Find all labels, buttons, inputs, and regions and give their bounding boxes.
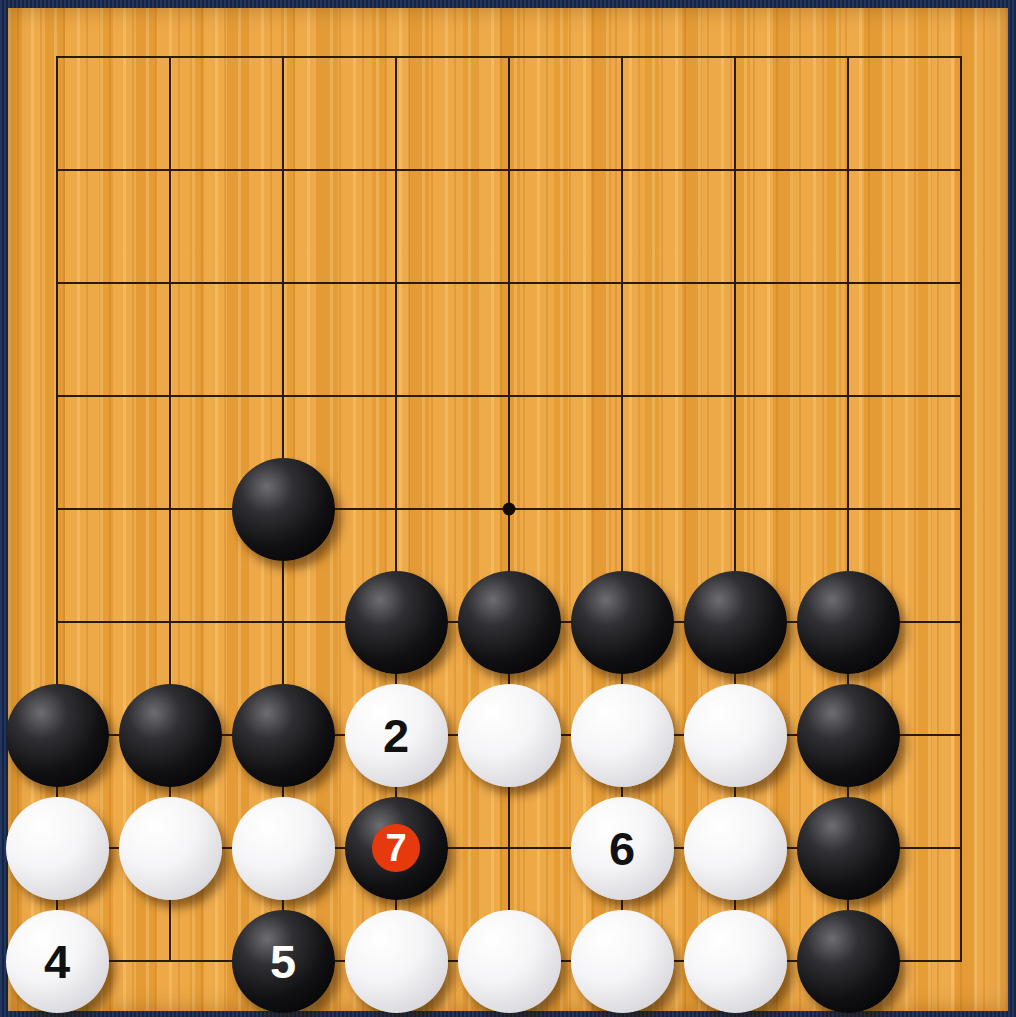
intersection[interactable]: [566, 114, 679, 227]
black-stone: 7: [345, 797, 448, 900]
intersection[interactable]: 4: [1, 905, 114, 1017]
intersection[interactable]: [340, 566, 453, 679]
intersection[interactable]: [453, 792, 566, 905]
intersection[interactable]: [566, 566, 679, 679]
intersection[interactable]: [453, 114, 566, 227]
black-stone: [458, 571, 561, 674]
intersection[interactable]: [566, 679, 679, 792]
intersection[interactable]: [340, 340, 453, 453]
intersection[interactable]: [453, 453, 566, 566]
white-stone: [6, 797, 109, 900]
intersection[interactable]: [566, 453, 679, 566]
intersection[interactable]: [227, 453, 340, 566]
intersection[interactable]: [792, 566, 905, 679]
intersection[interactable]: [1, 453, 114, 566]
move-number-label: 4: [44, 938, 70, 985]
intersection[interactable]: [905, 679, 1016, 792]
intersection[interactable]: [114, 905, 227, 1017]
white-stone: 4: [6, 910, 109, 1013]
black-stone: [797, 571, 900, 674]
black-stone: [345, 571, 448, 674]
intersection[interactable]: [340, 1, 453, 114]
intersection[interactable]: [227, 227, 340, 340]
intersection[interactable]: [679, 905, 792, 1017]
intersection[interactable]: [792, 1, 905, 114]
move-number-label: 6: [609, 825, 635, 872]
white-stone: [458, 684, 561, 787]
white-stone: 2: [345, 684, 448, 787]
black-stone: [119, 684, 222, 787]
intersection[interactable]: [679, 453, 792, 566]
move-number-label: 7: [385, 829, 406, 867]
intersection[interactable]: [453, 340, 566, 453]
intersection[interactable]: [227, 340, 340, 453]
intersection[interactable]: [679, 679, 792, 792]
intersection[interactable]: [905, 453, 1016, 566]
intersection[interactable]: [114, 1, 227, 114]
screenshot-stage: 27645: [0, 0, 1016, 1017]
intersection[interactable]: 5: [227, 905, 340, 1017]
intersection[interactable]: [453, 679, 566, 792]
intersection[interactable]: [905, 905, 1016, 1017]
intersection[interactable]: [114, 114, 227, 227]
white-stone: 6: [571, 797, 674, 900]
intersection[interactable]: [566, 340, 679, 453]
intersection[interactable]: 7: [340, 792, 453, 905]
intersection[interactable]: [905, 340, 1016, 453]
intersection[interactable]: [114, 679, 227, 792]
black-stone: [232, 458, 335, 561]
intersection[interactable]: [792, 114, 905, 227]
intersection[interactable]: [792, 453, 905, 566]
intersection[interactable]: [340, 114, 453, 227]
black-stone: [684, 571, 787, 674]
black-stone: [6, 684, 109, 787]
intersection[interactable]: [227, 114, 340, 227]
intersection[interactable]: [905, 227, 1016, 340]
intersection[interactable]: [679, 227, 792, 340]
intersection[interactable]: [792, 905, 905, 1017]
intersection[interactable]: [1, 227, 114, 340]
black-stone: [797, 797, 900, 900]
black-stone: 5: [232, 910, 335, 1013]
intersection[interactable]: [114, 453, 227, 566]
intersection[interactable]: [905, 1, 1016, 114]
white-stone: [458, 910, 561, 1013]
white-stone: [345, 910, 448, 1013]
black-stone: [797, 684, 900, 787]
intersection[interactable]: [905, 114, 1016, 227]
intersection[interactable]: 6: [566, 792, 679, 905]
intersection[interactable]: [453, 905, 566, 1017]
intersection[interactable]: [340, 453, 453, 566]
intersection[interactable]: [792, 792, 905, 905]
white-stone: [571, 910, 674, 1013]
intersection[interactable]: [453, 566, 566, 679]
intersection[interactable]: [114, 340, 227, 453]
intersection[interactable]: [1, 792, 114, 905]
intersection[interactable]: [453, 1, 566, 114]
move-number-label: 2: [383, 712, 409, 759]
intersection[interactable]: [792, 340, 905, 453]
black-stone: [571, 571, 674, 674]
intersection[interactable]: [679, 566, 792, 679]
intersection[interactable]: [114, 792, 227, 905]
white-stone: [684, 797, 787, 900]
board-intersections-grid: 27645: [1, 1, 1016, 1017]
intersection[interactable]: [566, 905, 679, 1017]
intersection[interactable]: [1, 679, 114, 792]
move-number-label: 5: [270, 938, 296, 985]
white-stone: [232, 797, 335, 900]
intersection[interactable]: [1, 1, 114, 114]
white-stone: [571, 684, 674, 787]
intersection[interactable]: [792, 227, 905, 340]
intersection[interactable]: [227, 679, 340, 792]
white-stone: [684, 910, 787, 1013]
last-move-marker: 7: [372, 824, 420, 872]
intersection[interactable]: [679, 114, 792, 227]
intersection[interactable]: [340, 227, 453, 340]
intersection[interactable]: 2: [340, 679, 453, 792]
black-stone: [232, 684, 335, 787]
intersection[interactable]: [566, 227, 679, 340]
intersection[interactable]: [340, 905, 453, 1017]
intersection[interactable]: [1, 566, 114, 679]
white-stone: [684, 684, 787, 787]
intersection[interactable]: [114, 227, 227, 340]
intersection[interactable]: [227, 1, 340, 114]
intersection[interactable]: [566, 1, 679, 114]
intersection[interactable]: [679, 340, 792, 453]
white-stone: [119, 797, 222, 900]
intersection[interactable]: [1, 114, 114, 227]
intersection[interactable]: [792, 679, 905, 792]
intersection[interactable]: [1, 340, 114, 453]
intersection[interactable]: [679, 792, 792, 905]
intersection[interactable]: [227, 566, 340, 679]
intersection[interactable]: [905, 566, 1016, 679]
intersection[interactable]: [227, 792, 340, 905]
intersection[interactable]: [905, 792, 1016, 905]
intersection[interactable]: [453, 227, 566, 340]
black-stone: [797, 910, 900, 1013]
intersection[interactable]: [679, 1, 792, 114]
intersection[interactable]: [114, 566, 227, 679]
